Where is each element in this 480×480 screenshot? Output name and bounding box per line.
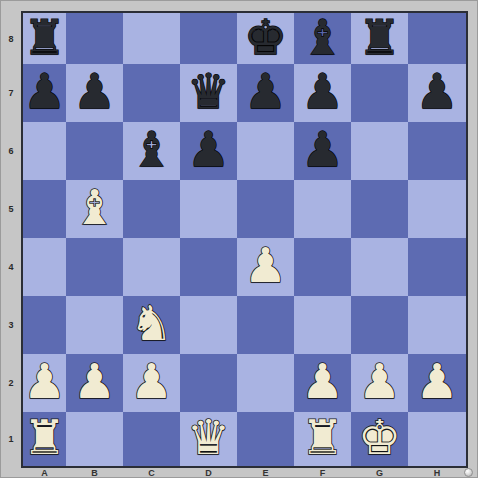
square-g1[interactable]: ♚ <box>351 412 408 466</box>
square-g3[interactable] <box>351 296 408 354</box>
rank-label-6: 6 <box>1 122 21 180</box>
square-e4[interactable]: ♟ <box>237 238 294 296</box>
square-d6[interactable]: ♟ <box>180 122 237 180</box>
square-f8[interactable]: ♝ <box>294 13 351 64</box>
square-d3[interactable] <box>180 296 237 354</box>
square-b5[interactable]: ♝ <box>66 180 123 238</box>
square-h3[interactable] <box>408 296 466 354</box>
piece-black-king[interactable]: ♚ <box>244 13 287 61</box>
square-b8[interactable] <box>66 13 123 64</box>
corner-ball-icon <box>464 468 473 477</box>
piece-black-pawn[interactable]: ♟ <box>187 125 230 173</box>
rank-label-3: 3 <box>1 296 21 354</box>
piece-white-pawn[interactable]: ♟ <box>130 357 173 405</box>
piece-white-knight[interactable]: ♞ <box>130 299 173 347</box>
square-d2[interactable] <box>180 354 237 412</box>
square-h6[interactable] <box>408 122 466 180</box>
rank-label-1: 1 <box>1 412 21 466</box>
square-g4[interactable] <box>351 238 408 296</box>
rank-label-2: 2 <box>1 354 21 412</box>
rank-label-5: 5 <box>1 180 21 238</box>
square-b2[interactable]: ♟ <box>66 354 123 412</box>
square-f2[interactable]: ♟ <box>294 354 351 412</box>
piece-white-rook[interactable]: ♜ <box>301 413 344 461</box>
piece-black-pawn[interactable]: ♟ <box>301 125 344 173</box>
square-b6[interactable] <box>66 122 123 180</box>
rank-label-4: 4 <box>1 238 21 296</box>
piece-white-bishop[interactable]: ♝ <box>73 183 116 231</box>
square-a2[interactable]: ♟ <box>23 354 66 412</box>
square-d8[interactable] <box>180 13 237 64</box>
square-f4[interactable] <box>294 238 351 296</box>
piece-black-pawn[interactable]: ♟ <box>415 67 458 115</box>
square-h8[interactable] <box>408 13 466 64</box>
square-a1[interactable]: ♜ <box>23 412 66 466</box>
square-d1[interactable]: ♛ <box>180 412 237 466</box>
square-b1[interactable] <box>66 412 123 466</box>
board-frame: ♜♚♝♜♟♟♛♟♟♟♝♟♟♝♟♞♟♟♟♟♟♟♜♛♜♚ <box>21 11 468 468</box>
square-a4[interactable] <box>23 238 66 296</box>
square-b4[interactable] <box>66 238 123 296</box>
piece-white-pawn[interactable]: ♟ <box>244 241 287 289</box>
piece-white-pawn[interactable]: ♟ <box>23 357 66 405</box>
file-label-e: E <box>237 467 294 479</box>
square-a6[interactable] <box>23 122 66 180</box>
square-g8[interactable]: ♜ <box>351 13 408 64</box>
piece-white-pawn[interactable]: ♟ <box>73 357 116 405</box>
chess-board[interactable]: ♜♚♝♜♟♟♛♟♟♟♝♟♟♝♟♞♟♟♟♟♟♟♜♛♜♚ <box>23 13 466 466</box>
square-a3[interactable] <box>23 296 66 354</box>
piece-black-queen[interactable]: ♛ <box>187 67 230 115</box>
square-c3[interactable]: ♞ <box>123 296 180 354</box>
piece-white-pawn[interactable]: ♟ <box>415 357 458 405</box>
file-labels: A B C D E F G H <box>23 467 466 479</box>
square-e1[interactable] <box>237 412 294 466</box>
square-d5[interactable] <box>180 180 237 238</box>
square-d4[interactable] <box>180 238 237 296</box>
square-c7[interactable] <box>123 64 180 122</box>
square-f5[interactable] <box>294 180 351 238</box>
square-c4[interactable] <box>123 238 180 296</box>
square-a8[interactable]: ♜ <box>23 13 66 64</box>
square-b7[interactable]: ♟ <box>66 64 123 122</box>
chess-app-window: 8 7 6 5 4 3 2 1 ♜♚♝♜♟♟♛♟♟♟♝♟♟♝♟♞♟♟♟♟♟♟♜♛… <box>0 0 478 478</box>
file-label-b: B <box>66 467 123 479</box>
square-h2[interactable]: ♟ <box>408 354 466 412</box>
square-a7[interactable]: ♟ <box>23 64 66 122</box>
square-a5[interactable] <box>23 180 66 238</box>
file-label-f: F <box>294 467 351 479</box>
square-e6[interactable] <box>237 122 294 180</box>
piece-white-queen[interactable]: ♛ <box>187 413 230 461</box>
square-f6[interactable]: ♟ <box>294 122 351 180</box>
rank-label-8: 8 <box>1 13 21 64</box>
square-b3[interactable] <box>66 296 123 354</box>
file-label-d: D <box>180 467 237 479</box>
piece-white-rook[interactable]: ♜ <box>23 413 66 461</box>
square-f3[interactable] <box>294 296 351 354</box>
square-e2[interactable] <box>237 354 294 412</box>
square-e3[interactable] <box>237 296 294 354</box>
square-c6[interactable]: ♝ <box>123 122 180 180</box>
square-h1[interactable] <box>408 412 466 466</box>
square-e7[interactable]: ♟ <box>237 64 294 122</box>
square-c1[interactable] <box>123 412 180 466</box>
file-label-h: H <box>408 467 466 479</box>
piece-black-pawn[interactable]: ♟ <box>301 67 344 115</box>
square-e8[interactable]: ♚ <box>237 13 294 64</box>
piece-black-bishop[interactable]: ♝ <box>130 125 173 173</box>
square-g7[interactable] <box>351 64 408 122</box>
piece-white-pawn[interactable]: ♟ <box>301 357 344 405</box>
file-label-g: G <box>351 467 408 479</box>
piece-black-pawn[interactable]: ♟ <box>244 67 287 115</box>
piece-white-pawn[interactable]: ♟ <box>358 357 401 405</box>
piece-black-pawn[interactable]: ♟ <box>23 67 66 115</box>
rank-labels: 8 7 6 5 4 3 2 1 <box>1 13 21 466</box>
file-label-c: C <box>123 467 180 479</box>
square-g6[interactable] <box>351 122 408 180</box>
file-label-a: A <box>23 467 66 479</box>
square-c5[interactable] <box>123 180 180 238</box>
square-c8[interactable] <box>123 13 180 64</box>
square-c2[interactable]: ♟ <box>123 354 180 412</box>
square-d7[interactable]: ♛ <box>180 64 237 122</box>
piece-black-rook[interactable]: ♜ <box>23 13 66 61</box>
piece-black-bishop[interactable]: ♝ <box>301 13 344 61</box>
square-h4[interactable] <box>408 238 466 296</box>
square-g5[interactable] <box>351 180 408 238</box>
square-e5[interactable] <box>237 180 294 238</box>
piece-black-rook[interactable]: ♜ <box>358 13 401 61</box>
square-h5[interactable] <box>408 180 466 238</box>
square-f1[interactable]: ♜ <box>294 412 351 466</box>
piece-black-pawn[interactable]: ♟ <box>73 67 116 115</box>
square-g2[interactable]: ♟ <box>351 354 408 412</box>
square-h7[interactable]: ♟ <box>408 64 466 122</box>
square-f7[interactable]: ♟ <box>294 64 351 122</box>
piece-white-king[interactable]: ♚ <box>358 413 401 461</box>
rank-label-7: 7 <box>1 64 21 122</box>
